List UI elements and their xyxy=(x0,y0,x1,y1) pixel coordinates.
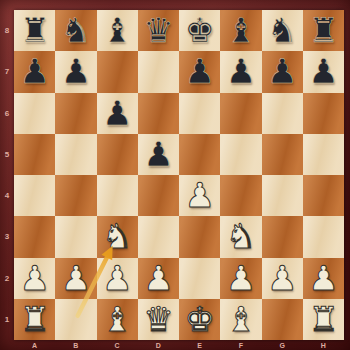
square-e4[interactable]: ♟ xyxy=(179,175,220,216)
file-label-d: D xyxy=(138,340,179,350)
square-d6[interactable] xyxy=(138,93,179,134)
white-bishop-f1: ♝ xyxy=(226,299,256,340)
white-rook-h1: ♜ xyxy=(308,299,338,340)
file-label-c: C xyxy=(97,340,138,350)
square-g4[interactable] xyxy=(262,175,303,216)
rank-label-2: 2 xyxy=(0,258,14,299)
white-knight-f3: ♞ xyxy=(226,216,256,257)
square-e8[interactable]: ♚ xyxy=(179,10,220,51)
white-pawn-g2: ♟ xyxy=(267,258,297,299)
square-c3[interactable]: ♞ xyxy=(97,216,138,257)
black-bishop-c8: ♝ xyxy=(102,10,132,51)
square-d3[interactable] xyxy=(138,216,179,257)
white-pawn-c2: ♟ xyxy=(102,258,132,299)
black-pawn-h7: ♟ xyxy=(308,51,338,92)
square-a6[interactable] xyxy=(14,93,55,134)
rank-label-4: 4 xyxy=(0,175,14,216)
square-b6[interactable] xyxy=(55,93,96,134)
black-pawn-d5: ♟ xyxy=(143,134,173,175)
square-c6[interactable]: ♟ xyxy=(97,93,138,134)
square-c7[interactable] xyxy=(97,51,138,92)
rank-label-7: 7 xyxy=(0,51,14,92)
square-b4[interactable] xyxy=(55,175,96,216)
square-f7[interactable]: ♟ xyxy=(220,51,261,92)
white-pawn-d2: ♟ xyxy=(143,258,173,299)
square-c5[interactable] xyxy=(97,134,138,175)
rank-label-5: 5 xyxy=(0,134,14,175)
square-a8[interactable]: ♜ xyxy=(14,10,55,51)
white-pawn-h2: ♟ xyxy=(308,258,338,299)
square-d2[interactable]: ♟ xyxy=(138,258,179,299)
square-h8[interactable]: ♜ xyxy=(303,10,344,51)
square-h4[interactable] xyxy=(303,175,344,216)
black-rook-h8: ♜ xyxy=(308,10,338,51)
square-a4[interactable] xyxy=(14,175,55,216)
square-d5[interactable]: ♟ xyxy=(138,134,179,175)
white-pawn-f2: ♟ xyxy=(226,258,256,299)
square-f3[interactable]: ♞ xyxy=(220,216,261,257)
white-queen-d1: ♛ xyxy=(143,299,173,340)
square-g8[interactable]: ♞ xyxy=(262,10,303,51)
board-grid: ♜♞♝♛♚♝♞♜♟♟♟♟♟♟♟♟♟♞♞♟♟♟♟♟♟♟♜♝♛♚♝♜ xyxy=(14,10,344,340)
rank-label-3: 3 xyxy=(0,216,14,257)
white-pawn-b2: ♟ xyxy=(61,258,91,299)
rank-label-6: 6 xyxy=(0,93,14,134)
black-rook-a8: ♜ xyxy=(19,10,49,51)
square-e5[interactable] xyxy=(179,134,220,175)
file-label-e: E xyxy=(179,340,220,350)
square-c2[interactable]: ♟ xyxy=(97,258,138,299)
square-b8[interactable]: ♞ xyxy=(55,10,96,51)
square-a5[interactable] xyxy=(14,134,55,175)
square-e3[interactable] xyxy=(179,216,220,257)
file-label-h: H xyxy=(303,340,344,350)
square-e1[interactable]: ♚ xyxy=(179,299,220,340)
square-g3[interactable] xyxy=(262,216,303,257)
square-b3[interactable] xyxy=(55,216,96,257)
square-g6[interactable] xyxy=(262,93,303,134)
square-h1[interactable]: ♜ xyxy=(303,299,344,340)
white-king-e1: ♚ xyxy=(184,299,214,340)
square-b2[interactable]: ♟ xyxy=(55,258,96,299)
white-pawn-a2: ♟ xyxy=(19,258,49,299)
file-label-f: F xyxy=(220,340,261,350)
square-e7[interactable]: ♟ xyxy=(179,51,220,92)
black-pawn-g7: ♟ xyxy=(267,51,297,92)
rank-label-1: 1 xyxy=(0,299,14,340)
black-pawn-f7: ♟ xyxy=(226,51,256,92)
file-label-a: A xyxy=(14,340,55,350)
file-label-b: B xyxy=(55,340,96,350)
square-h2[interactable]: ♟ xyxy=(303,258,344,299)
black-pawn-b7: ♟ xyxy=(61,51,91,92)
square-f8[interactable]: ♝ xyxy=(220,10,261,51)
square-a1[interactable]: ♜ xyxy=(14,299,55,340)
square-e6[interactable] xyxy=(179,93,220,134)
square-c1[interactable]: ♝ xyxy=(97,299,138,340)
square-e2[interactable] xyxy=(179,258,220,299)
white-bishop-c1: ♝ xyxy=(102,299,132,340)
black-pawn-c6: ♟ xyxy=(102,93,132,134)
square-d4[interactable] xyxy=(138,175,179,216)
black-knight-b8: ♞ xyxy=(61,10,91,51)
square-h6[interactable] xyxy=(303,93,344,134)
white-knight-c3: ♞ xyxy=(102,216,132,257)
rank-label-8: 8 xyxy=(0,10,14,51)
square-g1[interactable] xyxy=(262,299,303,340)
square-c8[interactable]: ♝ xyxy=(97,10,138,51)
square-f5[interactable] xyxy=(220,134,261,175)
black-pawn-e7: ♟ xyxy=(184,51,214,92)
square-h3[interactable] xyxy=(303,216,344,257)
square-f1[interactable]: ♝ xyxy=(220,299,261,340)
black-queen-d8: ♛ xyxy=(143,10,173,51)
square-h7[interactable]: ♟ xyxy=(303,51,344,92)
square-d7[interactable] xyxy=(138,51,179,92)
square-f6[interactable] xyxy=(220,93,261,134)
square-b5[interactable] xyxy=(55,134,96,175)
square-g7[interactable]: ♟ xyxy=(262,51,303,92)
square-d8[interactable]: ♛ xyxy=(138,10,179,51)
square-c4[interactable] xyxy=(97,175,138,216)
square-a3[interactable] xyxy=(14,216,55,257)
square-d1[interactable]: ♛ xyxy=(138,299,179,340)
square-b7[interactable]: ♟ xyxy=(55,51,96,92)
square-h5[interactable] xyxy=(303,134,344,175)
black-knight-g8: ♞ xyxy=(267,10,297,51)
square-f2[interactable]: ♟ xyxy=(220,258,261,299)
chess-board-frame: ♜♞♝♛♚♝♞♜♟♟♟♟♟♟♟♟♟♞♞♟♟♟♟♟♟♟♜♝♛♚♝♜ 8765432… xyxy=(0,0,350,350)
black-bishop-f8: ♝ xyxy=(226,10,256,51)
white-rook-a1: ♜ xyxy=(19,299,49,340)
file-label-g: G xyxy=(262,340,303,350)
square-a2[interactable]: ♟ xyxy=(14,258,55,299)
square-g2[interactable]: ♟ xyxy=(262,258,303,299)
square-g5[interactable] xyxy=(262,134,303,175)
black-pawn-a7: ♟ xyxy=(19,51,49,92)
black-king-e8: ♚ xyxy=(184,10,214,51)
square-f4[interactable] xyxy=(220,175,261,216)
square-b1[interactable] xyxy=(55,299,96,340)
white-pawn-e4: ♟ xyxy=(184,175,214,216)
square-a7[interactable]: ♟ xyxy=(14,51,55,92)
